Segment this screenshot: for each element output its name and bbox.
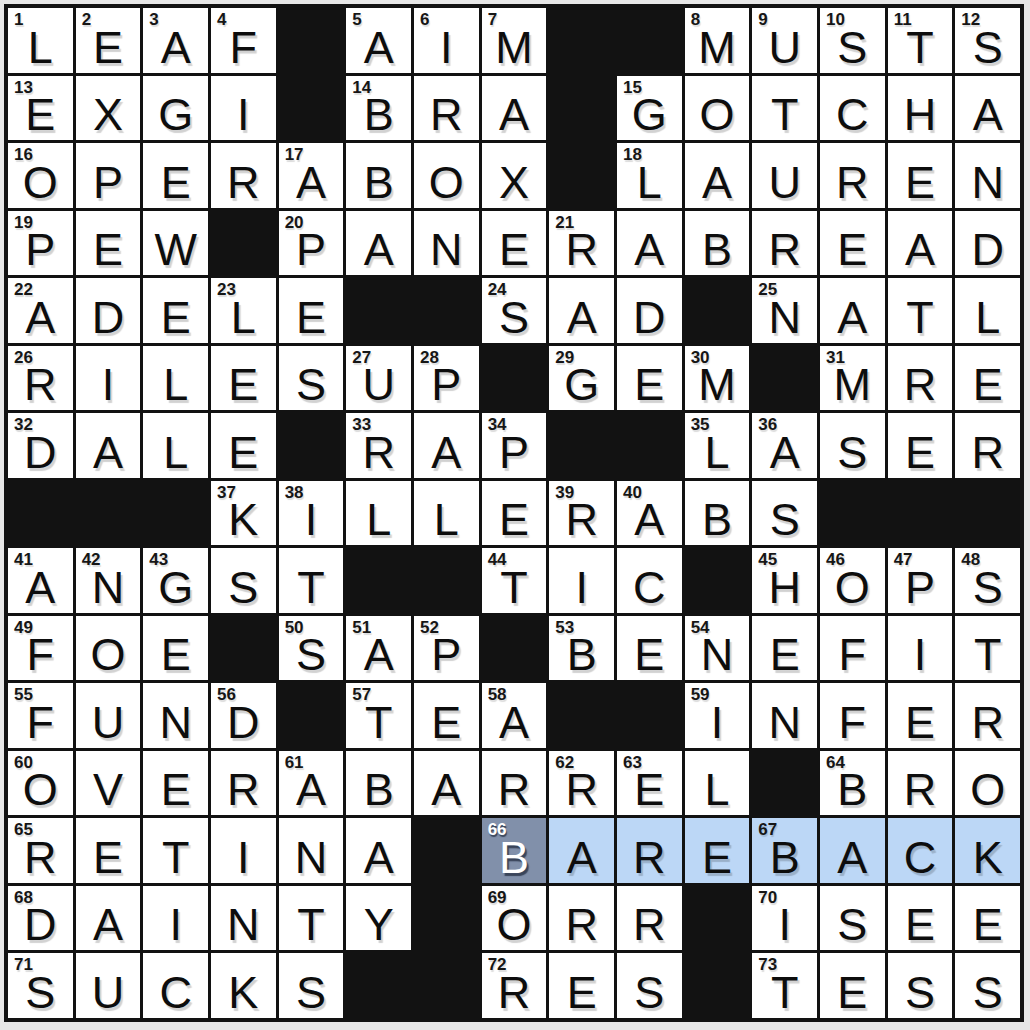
grid-cell-r10c1[interactable]: 49F — [8, 616, 73, 681]
grid-cell-r6c14[interactable]: R — [888, 346, 953, 411]
grid-cell-r14c13[interactable]: S — [820, 886, 885, 951]
grid-cell-r5c12[interactable]: 25N — [752, 278, 817, 343]
grid-cell-r7c15[interactable]: R — [955, 413, 1020, 478]
cell-letter: R — [8, 362, 73, 407]
grid-cell-r2c8[interactable]: A — [482, 76, 547, 141]
highlighted-cell-r13c15[interactable]: K — [955, 818, 1020, 883]
cell-letter: A — [752, 430, 817, 475]
grid-cell-r5c10[interactable]: D — [617, 278, 682, 343]
cell-letter: F — [211, 25, 276, 70]
cell-letter: A — [549, 295, 614, 340]
black-cell-r2c5 — [279, 76, 344, 141]
grid-cell-r9c14[interactable]: 47P — [888, 548, 953, 613]
grid-cell-r8c4[interactable]: 37K — [211, 481, 276, 546]
cell-letter: A — [820, 835, 885, 880]
grid-cell-r3c14[interactable]: E — [888, 143, 953, 208]
grid-cell-r6c3[interactable]: L — [143, 346, 208, 411]
grid-cell-r15c4[interactable]: K — [211, 953, 276, 1018]
grid-cell-r5c14[interactable]: T — [888, 278, 953, 343]
highlighted-cell-r13c14[interactable]: C — [888, 818, 953, 883]
grid-cell-r8c9[interactable]: 39R — [549, 481, 614, 546]
grid-cell-r7c6[interactable]: 33R — [346, 413, 411, 478]
cell-letter: I — [414, 25, 479, 70]
cell-letter: U — [76, 970, 141, 1015]
cell-letter: N — [414, 227, 479, 272]
cell-letter: O — [482, 902, 547, 947]
cell-letter: M — [685, 362, 750, 407]
grid-cell-r3c10[interactable]: 18L — [617, 143, 682, 208]
grid-cell-r3c1[interactable]: 16O — [8, 143, 73, 208]
highlighted-cell-r13c13[interactable]: A — [820, 818, 885, 883]
cell-letter: R — [211, 160, 276, 205]
cell-letter: U — [752, 160, 817, 205]
grid-cell-r1c7[interactable]: 6I — [414, 8, 479, 73]
grid-cell-r2c4[interactable]: I — [211, 76, 276, 141]
cell-letter: A — [617, 227, 682, 272]
grid-cell-r13c5[interactable]: N — [279, 818, 344, 883]
grid-cell-r11c4[interactable]: 56D — [211, 683, 276, 748]
grid-cell-r5c15[interactable]: L — [955, 278, 1020, 343]
cell-letter: A — [346, 632, 411, 677]
grid-cell-r11c11[interactable]: 59I — [685, 683, 750, 748]
grid-cell-r12c15[interactable]: O — [955, 751, 1020, 816]
grid-cell-r12c5[interactable]: 61A — [279, 751, 344, 816]
grid-cell-r6c2[interactable]: I — [76, 346, 141, 411]
cell-letter: L — [8, 25, 73, 70]
grid-cell-r10c13[interactable]: F — [820, 616, 885, 681]
cell-letter: S — [820, 430, 885, 475]
cell-letter: B — [685, 497, 750, 542]
grid-cell-r3c13[interactable]: R — [820, 143, 885, 208]
cell-letter: R — [549, 902, 614, 947]
black-cell-r8c14 — [888, 481, 953, 546]
grid-cell-r14c4[interactable]: N — [211, 886, 276, 951]
grid-cell-r6c6[interactable]: 27U — [346, 346, 411, 411]
highlighted-cell-r13c10[interactable]: R — [617, 818, 682, 883]
grid-cell-r4c2[interactable]: E — [76, 211, 141, 276]
grid-cell-r14c5[interactable]: T — [279, 886, 344, 951]
grid-cell-r6c4[interactable]: E — [211, 346, 276, 411]
grid-cell-r7c8[interactable]: 34P — [482, 413, 547, 478]
grid-cell-r3c8[interactable]: X — [482, 143, 547, 208]
grid-cell-r7c1[interactable]: 32D — [8, 413, 73, 478]
cell-letter: E — [143, 160, 208, 205]
grid-cell-r10c9[interactable]: 53B — [549, 616, 614, 681]
black-cell-r14c11 — [685, 886, 750, 951]
cell-letter: F — [820, 700, 885, 745]
grid-cell-r13c2[interactable]: E — [76, 818, 141, 883]
cell-letter: I — [211, 835, 276, 880]
cell-letter: C — [820, 92, 885, 137]
grid-cell-r7c2[interactable]: A — [76, 413, 141, 478]
cell-letter: N — [76, 565, 141, 610]
grid-cell-r15c13[interactable]: E — [820, 953, 885, 1018]
cell-letter: R — [211, 767, 276, 812]
grid-cell-r2c7[interactable]: R — [414, 76, 479, 141]
grid-cell-r3c7[interactable]: O — [414, 143, 479, 208]
grid-cell-r6c7[interactable]: 28P — [414, 346, 479, 411]
cell-letter: B — [482, 835, 547, 880]
grid-cell-r5c4[interactable]: 23L — [211, 278, 276, 343]
grid-cell-r12c10[interactable]: 63E — [617, 751, 682, 816]
cell-letter: E — [888, 160, 953, 205]
grid-cell-r15c8[interactable]: 72R — [482, 953, 547, 1018]
cell-letter: A — [279, 767, 344, 812]
grid-cell-r6c15[interactable]: E — [955, 346, 1020, 411]
grid-cell-r3c11[interactable]: A — [685, 143, 750, 208]
cell-letter: T — [346, 700, 411, 745]
grid-cell-r9c9[interactable]: I — [549, 548, 614, 613]
grid-cell-r2c3[interactable]: G — [143, 76, 208, 141]
cell-letter: E — [617, 767, 682, 812]
grid-cell-r13c6[interactable]: A — [346, 818, 411, 883]
grid-cell-r10c5[interactable]: 50S — [279, 616, 344, 681]
cell-letter: R — [955, 700, 1020, 745]
cell-letter: A — [820, 295, 885, 340]
black-cell-r11c10 — [617, 683, 682, 748]
cell-letter: P — [888, 565, 953, 610]
cell-letter: E — [955, 902, 1020, 947]
cell-letter: E — [76, 25, 141, 70]
grid-cell-r11c12[interactable]: N — [752, 683, 817, 748]
grid-cell-r11c8[interactable]: 58A — [482, 683, 547, 748]
cell-letter: U — [752, 25, 817, 70]
grid-cell-r6c10[interactable]: E — [617, 346, 682, 411]
grid-cell-r4c11[interactable]: B — [685, 211, 750, 276]
grid-cell-r1c2[interactable]: 2E — [76, 8, 141, 73]
cell-letter: B — [820, 767, 885, 812]
grid-cell-r4c8[interactable]: E — [482, 211, 547, 276]
grid-cell-r3c3[interactable]: E — [143, 143, 208, 208]
cell-letter: E — [76, 835, 141, 880]
cell-letter: O — [8, 160, 73, 205]
grid-cell-r1c14[interactable]: 11T — [888, 8, 953, 73]
cell-letter: B — [685, 227, 750, 272]
grid-cell-r5c3[interactable]: E — [143, 278, 208, 343]
grid-cell-r14c8[interactable]: 69O — [482, 886, 547, 951]
grid-cell-r12c13[interactable]: 64B — [820, 751, 885, 816]
grid-cell-r4c14[interactable]: A — [888, 211, 953, 276]
cell-letter: I — [752, 902, 817, 947]
grid-cell-r9c2[interactable]: 42N — [76, 548, 141, 613]
grid-cell-r14c2[interactable]: A — [76, 886, 141, 951]
grid-cell-r1c15[interactable]: 12S — [955, 8, 1020, 73]
grid-cell-r7c13[interactable]: S — [820, 413, 885, 478]
cell-letter: S — [955, 565, 1020, 610]
grid-cell-r9c1[interactable]: 41A — [8, 548, 73, 613]
cell-letter: E — [888, 902, 953, 947]
grid-cell-r12c8[interactable]: R — [482, 751, 547, 816]
grid-cell-r8c5[interactable]: 38I — [279, 481, 344, 546]
grid-cell-r6c11[interactable]: 30M — [685, 346, 750, 411]
cell-letter: D — [617, 295, 682, 340]
grid-cell-r10c14[interactable]: I — [888, 616, 953, 681]
cell-letter: D — [211, 700, 276, 745]
grid-cell-r12c4[interactable]: R — [211, 751, 276, 816]
grid-cell-r1c8[interactable]: 7M — [482, 8, 547, 73]
grid-cell-r12c3[interactable]: E — [143, 751, 208, 816]
cell-letter: O — [8, 767, 73, 812]
grid-cell-r7c14[interactable]: E — [888, 413, 953, 478]
cell-letter: R — [482, 767, 547, 812]
cell-letter: B — [752, 835, 817, 880]
grid-cell-r11c1[interactable]: 55F — [8, 683, 73, 748]
grid-cell-r14c15[interactable]: E — [955, 886, 1020, 951]
grid-cell-r3c6[interactable]: B — [346, 143, 411, 208]
cell-letter: F — [820, 632, 885, 677]
grid-cell-r1c4[interactable]: 4F — [211, 8, 276, 73]
highlighted-cell-r13c9[interactable]: A — [549, 818, 614, 883]
grid-cell-r8c11[interactable]: B — [685, 481, 750, 546]
grid-cell-r9c4[interactable]: S — [211, 548, 276, 613]
cell-letter: C — [888, 835, 953, 880]
grid-cell-r4c15[interactable]: D — [955, 211, 1020, 276]
grid-cell-r1c12[interactable]: 9U — [752, 8, 817, 73]
cell-letter: K — [211, 970, 276, 1015]
cell-letter: E — [752, 632, 817, 677]
grid-cell-r9c12[interactable]: 45H — [752, 548, 817, 613]
grid-cell-r1c13[interactable]: 10S — [820, 8, 885, 73]
black-cell-r1c10 — [617, 8, 682, 73]
grid-cell-r6c13[interactable]: 31M — [820, 346, 885, 411]
grid-cell-r4c10[interactable]: A — [617, 211, 682, 276]
black-cell-r14c7 — [414, 886, 479, 951]
grid-cell-r10c11[interactable]: 54N — [685, 616, 750, 681]
grid-cell-r13c4[interactable]: I — [211, 818, 276, 883]
grid-cell-r11c14[interactable]: E — [888, 683, 953, 748]
grid-cell-r6c1[interactable]: 26R — [8, 346, 73, 411]
grid-cell-r14c1[interactable]: 68D — [8, 886, 73, 951]
cell-letter: G — [549, 362, 614, 407]
grid-cell-r11c13[interactable]: F — [820, 683, 885, 748]
grid-cell-r11c2[interactable]: U — [76, 683, 141, 748]
grid-cell-r8c7[interactable]: L — [414, 481, 479, 546]
cell-letter: E — [888, 700, 953, 745]
grid-cell-r2c6[interactable]: 14B — [346, 76, 411, 141]
grid-cell-r11c3[interactable]: N — [143, 683, 208, 748]
grid-cell-r2c15[interactable]: A — [955, 76, 1020, 141]
cell-letter: T — [482, 565, 547, 610]
grid-cell-r15c2[interactable]: U — [76, 953, 141, 1018]
grid-cell-r15c12[interactable]: 73T — [752, 953, 817, 1018]
cell-letter: R — [549, 497, 614, 542]
grid-cell-r1c6[interactable]: 5A — [346, 8, 411, 73]
grid-cell-r12c1[interactable]: 60O — [8, 751, 73, 816]
grid-cell-r11c6[interactable]: 57T — [346, 683, 411, 748]
cell-letter: N — [955, 160, 1020, 205]
selected-cell-r13c8[interactable]: 66B — [482, 818, 547, 883]
grid-cell-r10c7[interactable]: 52P — [414, 616, 479, 681]
grid-cell-r10c2[interactable]: O — [76, 616, 141, 681]
grid-cell-r9c3[interactable]: 43G — [143, 548, 208, 613]
black-cell-r10c4 — [211, 616, 276, 681]
grid-cell-r9c8[interactable]: 44T — [482, 548, 547, 613]
grid-cell-r3c4[interactable]: R — [211, 143, 276, 208]
cell-letter: M — [685, 25, 750, 70]
grid-cell-r2c10[interactable]: 15G — [617, 76, 682, 141]
grid-cell-r8c10[interactable]: 40A — [617, 481, 682, 546]
black-cell-r4c4 — [211, 211, 276, 276]
grid-cell-r12c2[interactable]: V — [76, 751, 141, 816]
grid-cell-r5c8[interactable]: 24S — [482, 278, 547, 343]
cell-letter: E — [143, 632, 208, 677]
cell-letter: M — [482, 25, 547, 70]
cell-letter: I — [685, 700, 750, 745]
cell-letter: Y — [346, 902, 411, 947]
grid-cell-r15c15[interactable]: S — [955, 953, 1020, 1018]
black-cell-r13c7 — [414, 818, 479, 883]
black-cell-r8c1 — [8, 481, 73, 546]
grid-cell-r1c11[interactable]: 8M — [685, 8, 750, 73]
grid-cell-r8c12[interactable]: S — [752, 481, 817, 546]
grid-cell-r9c13[interactable]: 46O — [820, 548, 885, 613]
cell-letter: P — [414, 362, 479, 407]
grid-cell-r7c4[interactable]: E — [211, 413, 276, 478]
cell-letter: P — [414, 632, 479, 677]
grid-cell-r15c14[interactable]: S — [888, 953, 953, 1018]
cell-letter: E — [888, 430, 953, 475]
cell-letter: A — [482, 700, 547, 745]
cell-letter: R — [549, 767, 614, 812]
grid-cell-r5c2[interactable]: D — [76, 278, 141, 343]
grid-cell-r14c3[interactable]: I — [143, 886, 208, 951]
grid-cell-r15c9[interactable]: E — [549, 953, 614, 1018]
cell-letter: N — [752, 700, 817, 745]
grid-cell-r14c10[interactable]: R — [617, 886, 682, 951]
grid-cell-r14c6[interactable]: Y — [346, 886, 411, 951]
grid-cell-r6c5[interactable]: S — [279, 346, 344, 411]
black-cell-r6c8 — [482, 346, 547, 411]
highlighted-cell-r13c11[interactable]: E — [685, 818, 750, 883]
cell-letter: O — [955, 767, 1020, 812]
grid-cell-r7c11[interactable]: 35L — [685, 413, 750, 478]
grid-cell-r4c1[interactable]: 19P — [8, 211, 73, 276]
grid-cell-r12c11[interactable]: L — [685, 751, 750, 816]
grid-cell-r12c9[interactable]: 62R — [549, 751, 614, 816]
cell-letter: R — [617, 902, 682, 947]
grid-cell-r15c3[interactable]: C — [143, 953, 208, 1018]
grid-cell-r15c1[interactable]: 71S — [8, 953, 73, 1018]
grid-cell-r12c7[interactable]: A — [414, 751, 479, 816]
grid-cell-r10c15[interactable]: T — [955, 616, 1020, 681]
grid-cell-r13c1[interactable]: 65R — [8, 818, 73, 883]
cell-letter: I — [76, 362, 141, 407]
cell-letter: A — [279, 160, 344, 205]
grid-cell-r15c10[interactable]: S — [617, 953, 682, 1018]
grid-cell-r11c15[interactable]: R — [955, 683, 1020, 748]
cell-letter: A — [76, 902, 141, 947]
cell-letter: A — [143, 25, 208, 70]
grid-cell-r4c6[interactable]: A — [346, 211, 411, 276]
grid-cell-r2c13[interactable]: C — [820, 76, 885, 141]
cell-letter: O — [414, 160, 479, 205]
grid-cell-r3c12[interactable]: U — [752, 143, 817, 208]
grid-cell-r5c13[interactable]: A — [820, 278, 885, 343]
highlighted-cell-r13c12[interactable]: 67B — [752, 818, 817, 883]
cell-letter: I — [211, 92, 276, 137]
grid-cell-r10c10[interactable]: E — [617, 616, 682, 681]
grid-cell-r5c9[interactable]: A — [549, 278, 614, 343]
cell-letter: S — [820, 25, 885, 70]
grid-cell-r5c5[interactable]: E — [279, 278, 344, 343]
grid-cell-r2c12[interactable]: T — [752, 76, 817, 141]
grid-cell-r12c6[interactable]: B — [346, 751, 411, 816]
grid-cell-r1c3[interactable]: 3A — [143, 8, 208, 73]
grid-cell-r7c12[interactable]: 36A — [752, 413, 817, 478]
grid-cell-r4c7[interactable]: N — [414, 211, 479, 276]
grid-cell-r10c3[interactable]: E — [143, 616, 208, 681]
grid-cell-r3c2[interactable]: P — [76, 143, 141, 208]
cell-letter: W — [143, 227, 208, 272]
grid-cell-r11c7[interactable]: E — [414, 683, 479, 748]
grid-cell-r7c3[interactable]: L — [143, 413, 208, 478]
grid-cell-r13c3[interactable]: T — [143, 818, 208, 883]
cell-letter: A — [549, 835, 614, 880]
cell-letter: N — [279, 835, 344, 880]
black-cell-r8c15 — [955, 481, 1020, 546]
grid-cell-r12c14[interactable]: R — [888, 751, 953, 816]
cell-letter: S — [820, 902, 885, 947]
grid-cell-r4c5[interactable]: 20P — [279, 211, 344, 276]
grid-cell-r4c3[interactable]: W — [143, 211, 208, 276]
cell-letter: T — [888, 25, 953, 70]
grid-cell-r2c11[interactable]: O — [685, 76, 750, 141]
cell-letter: I — [549, 565, 614, 610]
black-cell-r2c9 — [549, 76, 614, 141]
cell-letter: N — [752, 295, 817, 340]
grid-cell-r9c5[interactable]: T — [279, 548, 344, 613]
grid-cell-r4c9[interactable]: 21R — [549, 211, 614, 276]
grid-cell-r6c9[interactable]: 29G — [549, 346, 614, 411]
grid-cell-r8c8[interactable]: E — [482, 481, 547, 546]
cell-letter: A — [955, 92, 1020, 137]
grid-cell-r2c14[interactable]: H — [888, 76, 953, 141]
cell-letter: R — [549, 227, 614, 272]
grid-cell-r9c15[interactable]: 48S — [955, 548, 1020, 613]
grid-cell-r7c7[interactable]: A — [414, 413, 479, 478]
black-cell-r7c5 — [279, 413, 344, 478]
grid-cell-r2c1[interactable]: 13E — [8, 76, 73, 141]
cell-letter: S — [279, 632, 344, 677]
grid-cell-r8c6[interactable]: L — [346, 481, 411, 546]
grid-cell-r4c13[interactable]: E — [820, 211, 885, 276]
grid-cell-r14c14[interactable]: E — [888, 886, 953, 951]
cell-letter: A — [685, 160, 750, 205]
grid-cell-r14c12[interactable]: 70I — [752, 886, 817, 951]
cell-letter: A — [8, 565, 73, 610]
cell-letter: G — [617, 92, 682, 137]
black-cell-r12c12 — [752, 751, 817, 816]
cell-letter: R — [346, 430, 411, 475]
grid-cell-r10c6[interactable]: 51A — [346, 616, 411, 681]
grid-cell-r14c9[interactable]: R — [549, 886, 614, 951]
grid-cell-r4c12[interactable]: R — [752, 211, 817, 276]
cell-letter: P — [8, 227, 73, 272]
grid-cell-r15c5[interactable]: S — [279, 953, 344, 1018]
grid-cell-r9c10[interactable]: C — [617, 548, 682, 613]
grid-cell-r5c1[interactable]: 22A — [8, 278, 73, 343]
grid-cell-r3c5[interactable]: 17A — [279, 143, 344, 208]
grid-cell-r2c2[interactable]: X — [76, 76, 141, 141]
cell-letter: L — [143, 362, 208, 407]
grid-cell-r3c15[interactable]: N — [955, 143, 1020, 208]
black-cell-r11c9 — [549, 683, 614, 748]
cell-letter: S — [955, 25, 1020, 70]
grid-cell-r1c1[interactable]: 1L — [8, 8, 73, 73]
cell-letter: X — [76, 92, 141, 137]
grid-cell-r10c12[interactable]: E — [752, 616, 817, 681]
cell-letter: B — [346, 767, 411, 812]
